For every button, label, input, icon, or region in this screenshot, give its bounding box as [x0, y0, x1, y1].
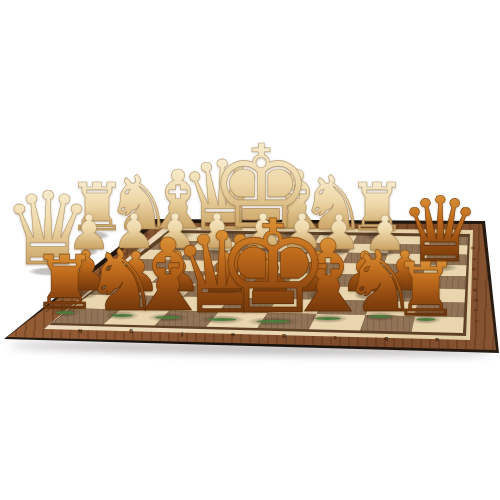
piece-white-rook-h1[interactable]: ♜: [393, 252, 459, 326]
pieces-layer: ♞♝♝♞♜♛♚♜♟♟♟♟♟♟♟♟♛♛♟♟♟♟♟♟♟♟♜♞♞♝♝♛♜♚: [0, 0, 500, 500]
piece-white-king-e1[interactable]: ♚: [215, 203, 331, 332]
chess-set-photo: hgfedcba1122334455667788 ♞♝♝♞♜♛♚♜♟♟♟♟♟♟♟…: [0, 0, 500, 500]
